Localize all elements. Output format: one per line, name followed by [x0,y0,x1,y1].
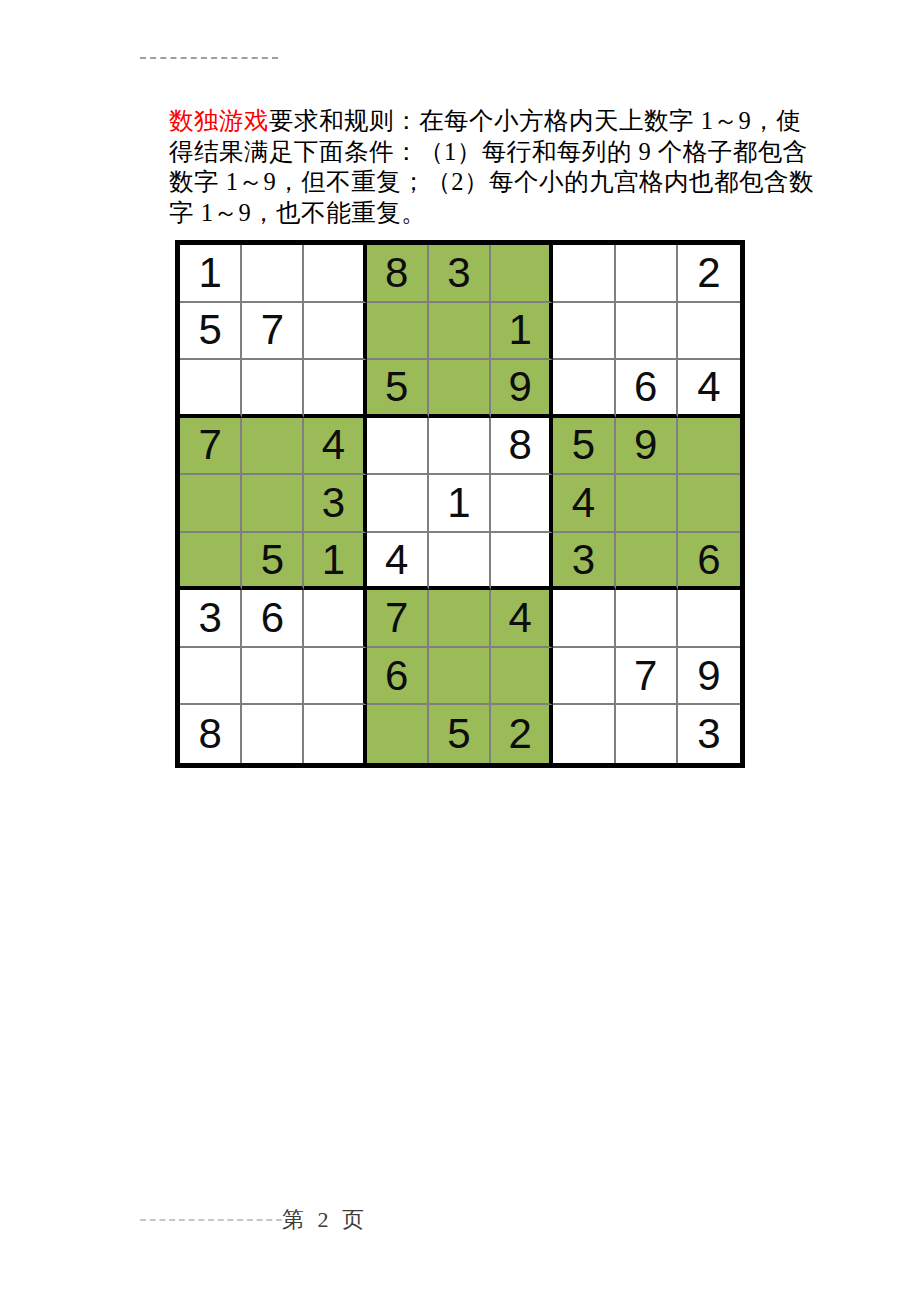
sudoku-cell-r9c9[interactable]: 3 [678,705,740,763]
sudoku-cell-r6c5[interactable] [429,533,491,591]
sudoku-cell-r4c1[interactable]: 7 [180,418,242,476]
sudoku-cell-r9c1[interactable]: 8 [180,705,242,763]
sudoku-cell-r6c2[interactable]: 5 [242,533,304,591]
sudoku-cell-r1c7[interactable] [553,245,615,303]
instructions-line-1-text: 要求和规则：在每个小方格内天上数字 1～9，使 [269,107,801,134]
sudoku-cell-r3c7[interactable] [553,360,615,418]
sudoku-cell-r1c9[interactable]: 2 [678,245,740,303]
sudoku-cell-r7c8[interactable] [616,590,678,648]
sudoku-cell-r9c8[interactable] [616,705,678,763]
sudoku-cell-r1c4[interactable]: 8 [367,245,429,303]
sudoku-cell-r1c1[interactable]: 1 [180,245,242,303]
sudoku-cell-r4c4[interactable] [367,418,429,476]
sudoku-cell-r4c9[interactable] [678,418,740,476]
sudoku-cell-r2c4[interactable] [367,303,429,361]
sudoku-cell-r1c6[interactable] [491,245,553,303]
sudoku-cell-r4c2[interactable] [242,418,304,476]
sudoku-cell-r5c9[interactable] [678,475,740,533]
sudoku-cell-r4c6[interactable]: 8 [491,418,553,476]
sudoku-cell-r8c1[interactable] [180,648,242,706]
sudoku-cell-r6c6[interactable] [491,533,553,591]
instructions-line-3: 数字 1～9，但不重复；（2）每个小的九宫格内也都包含数 [169,167,755,198]
sudoku-cell-r3c6[interactable]: 9 [491,360,553,418]
page-footer: 第 2 页 [140,1205,368,1235]
sudoku-cell-r9c2[interactable] [242,705,304,763]
sudoku-cell-r5c7[interactable]: 4 [553,475,615,533]
sudoku-cell-r2c6[interactable]: 1 [491,303,553,361]
sudoku-cell-r5c3[interactable]: 3 [304,475,366,533]
sudoku-cell-r2c7[interactable] [553,303,615,361]
sudoku-cell-r9c3[interactable] [304,705,366,763]
sudoku-instructions: 数独游戏要求和规则：在每个小方格内天上数字 1～9，使 得结果满足下面条件：（1… [169,106,755,228]
header-dashed-rule [140,57,278,59]
sudoku-cell-r8c6[interactable] [491,648,553,706]
sudoku-cell-r6c9[interactable]: 6 [678,533,740,591]
instructions-line-2: 得结果满足下面条件：（1）每行和每列的 9 个格子都包含 [169,137,755,168]
sudoku-cell-r5c2[interactable] [242,475,304,533]
sudoku-cell-r1c2[interactable] [242,245,304,303]
sudoku-cell-r2c8[interactable] [616,303,678,361]
document-page: 数独游戏要求和规则：在每个小方格内天上数字 1～9，使 得结果满足下面条件：（1… [0,0,920,1302]
sudoku-cell-r4c3[interactable]: 4 [304,418,366,476]
sudoku-cell-r8c5[interactable] [429,648,491,706]
footer-dashed-rule [140,1219,282,1221]
sudoku-cell-r3c5[interactable] [429,360,491,418]
sudoku-cell-r3c3[interactable] [304,360,366,418]
sudoku-cell-r7c5[interactable] [429,590,491,648]
sudoku-cell-r6c1[interactable] [180,533,242,591]
sudoku-cell-r6c7[interactable]: 3 [553,533,615,591]
instructions-title: 数独游戏 [169,107,269,134]
sudoku-cell-r8c2[interactable] [242,648,304,706]
sudoku-cell-r1c5[interactable]: 3 [429,245,491,303]
sudoku-cell-r5c1[interactable] [180,475,242,533]
sudoku-cell-r5c6[interactable] [491,475,553,533]
sudoku-cell-r2c2[interactable]: 7 [242,303,304,361]
sudoku-cell-r5c8[interactable] [616,475,678,533]
sudoku-cell-r6c4[interactable]: 4 [367,533,429,591]
sudoku-cell-r8c7[interactable] [553,648,615,706]
sudoku-cell-r3c8[interactable]: 6 [616,360,678,418]
instructions-line-4: 字 1～9，也不能重复。 [169,198,755,229]
sudoku-cell-r7c1[interactable]: 3 [180,590,242,648]
sudoku-cell-r1c3[interactable] [304,245,366,303]
sudoku-cell-r2c1[interactable]: 5 [180,303,242,361]
sudoku-cell-r4c7[interactable]: 5 [553,418,615,476]
sudoku-cell-r4c5[interactable] [429,418,491,476]
sudoku-cell-r7c3[interactable] [304,590,366,648]
sudoku-cell-r4c8[interactable]: 9 [616,418,678,476]
sudoku-cell-r9c5[interactable]: 5 [429,705,491,763]
sudoku-cell-r9c6[interactable]: 2 [491,705,553,763]
sudoku-cell-r5c4[interactable] [367,475,429,533]
sudoku-cell-r5c5[interactable]: 1 [429,475,491,533]
sudoku-cell-r3c4[interactable]: 5 [367,360,429,418]
sudoku-cell-r8c9[interactable]: 9 [678,648,740,706]
sudoku-cell-r9c7[interactable] [553,705,615,763]
sudoku-cell-r8c4[interactable]: 6 [367,648,429,706]
sudoku-cell-r2c9[interactable] [678,303,740,361]
sudoku-cell-r2c5[interactable] [429,303,491,361]
sudoku-cell-r3c1[interactable] [180,360,242,418]
sudoku-cell-r3c2[interactable] [242,360,304,418]
sudoku-cell-r8c8[interactable]: 7 [616,648,678,706]
sudoku-cell-r7c7[interactable] [553,590,615,648]
page-number-label: 第 2 页 [282,1205,368,1235]
sudoku-cell-r7c6[interactable]: 4 [491,590,553,648]
sudoku-grid: 18325715964748593145143636746798523 [175,240,745,768]
sudoku-cell-r9c4[interactable] [367,705,429,763]
sudoku-cell-r3c9[interactable]: 4 [678,360,740,418]
sudoku-cell-r6c8[interactable] [616,533,678,591]
sudoku-cell-r1c8[interactable] [616,245,678,303]
instructions-line-1: 数独游戏要求和规则：在每个小方格内天上数字 1～9，使 [169,106,755,137]
sudoku-cell-r8c3[interactable] [304,648,366,706]
sudoku-cell-r2c3[interactable] [304,303,366,361]
sudoku-cell-r7c9[interactable] [678,590,740,648]
sudoku-cell-r7c2[interactable]: 6 [242,590,304,648]
sudoku-cell-r6c3[interactable]: 1 [304,533,366,591]
sudoku-cell-r7c4[interactable]: 7 [367,590,429,648]
